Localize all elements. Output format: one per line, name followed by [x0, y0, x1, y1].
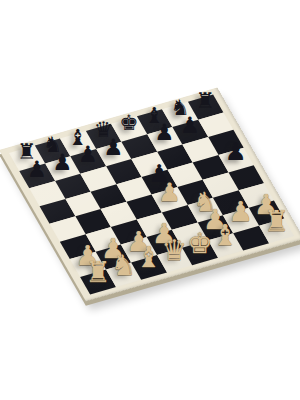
piece-white-rook-h1[interactable]: ♜: [263, 208, 289, 237]
piece-black-king-e8[interactable]: ♚: [119, 112, 138, 134]
piece-black-pawn-h5[interactable]: ♟: [225, 140, 247, 165]
piece-white-king-e1[interactable]: ♚: [187, 230, 213, 259]
piece-white-rook-a1[interactable]: ♜: [85, 259, 111, 288]
piece-black-pawn-g7[interactable]: ♟: [180, 114, 200, 137]
piece-white-pawn-e4[interactable]: ♟: [158, 179, 181, 205]
piece-white-knight-b1[interactable]: ♞: [110, 252, 136, 281]
piece-black-rook-h8[interactable]: ♜: [196, 90, 215, 112]
piece-black-pawn-c7[interactable]: ♟: [78, 143, 98, 166]
piece-black-pawn-d7[interactable]: ♟: [103, 136, 123, 159]
board-photo: ♜♞♝♚♟♛♟♝♞♟♜♟♟♟♟♟♟♞♟♟♟♜♟♝♟♚♟♛♟♝♞♜: [0, 0, 300, 400]
piece-white-queen-d1[interactable]: ♛: [161, 237, 187, 266]
piece-white-bishop-f1[interactable]: ♝: [212, 223, 238, 252]
piece-white-bishop-c1[interactable]: ♝: [136, 245, 162, 274]
piece-black-pawn-a7[interactable]: ♟: [27, 158, 47, 181]
piece-black-pawn-b7[interactable]: ♟: [52, 151, 72, 174]
piece-black-pawn-f7[interactable]: ♟: [154, 121, 174, 144]
